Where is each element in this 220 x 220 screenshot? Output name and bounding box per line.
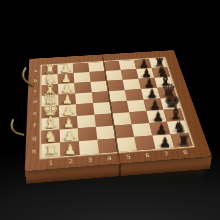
file-label-d: d: [29, 96, 40, 108]
chess-board: ♜♟♟♜♞♟♟♞♝♟♟♝♛♟♟♛♚♟♟♚♝♟♟♝♞♟♟♞♜♟♟♜ abcdefg…: [25, 50, 212, 171]
white-pawn-h2[interactable]: ♟: [61, 143, 80, 157]
white-pawn-g2[interactable]: ♟: [60, 129, 79, 142]
photo-backdrop: chess ♜♟♟♜♞♟♟♞♝♟♟♝♛♟♟♛♚♟♟♚♝♟♟♝♞♟♟♞♜♟♟♜ a…: [0, 0, 220, 220]
square-f3[interactable]: [77, 115, 96, 128]
file-label-f: f: [29, 119, 41, 132]
scene: ♜♟♟♜♞♟♟♞♝♟♟♝♛♟♟♛♚♟♟♚♝♟♟♝♞♟♟♞♜♟♟♜ abcdefg…: [0, 0, 220, 220]
square-g2[interactable]: ♟: [60, 128, 79, 142]
rank-label-8: 8: [174, 147, 196, 158]
rank-label-6: 6: [137, 150, 158, 162]
square-h7[interactable]: ♟: [152, 134, 174, 149]
square-h3[interactable]: [79, 140, 99, 155]
square-c5[interactable]: [107, 80, 125, 91]
square-g7[interactable]: ♟: [149, 122, 170, 136]
black-rook-h8[interactable]: ♜: [174, 133, 193, 147]
rank-label-3: 3: [80, 154, 100, 166]
black-pawn-h7[interactable]: ♟: [156, 136, 175, 149]
file-label-h: h: [28, 144, 41, 159]
file-label-e: e: [29, 107, 41, 120]
white-rook-h1[interactable]: ♜: [41, 143, 60, 158]
square-h1[interactable]: ♜: [41, 143, 60, 158]
square-d5[interactable]: [108, 90, 127, 102]
table-reflection: [48, 166, 204, 182]
rank-label-5: 5: [118, 151, 139, 163]
square-e3[interactable]: [76, 103, 94, 116]
square-h2[interactable]: ♟: [60, 141, 80, 156]
square-h6[interactable]: [134, 136, 155, 151]
rank-label-7: 7: [156, 148, 177, 159]
file-label-g: g: [28, 131, 40, 145]
board-frame: ♜♟♟♜♞♟♟♞♝♟♟♝♛♟♟♛♚♟♟♚♝♟♟♝♞♟♟♞♜♟♟♜ abcdefg…: [25, 50, 212, 171]
